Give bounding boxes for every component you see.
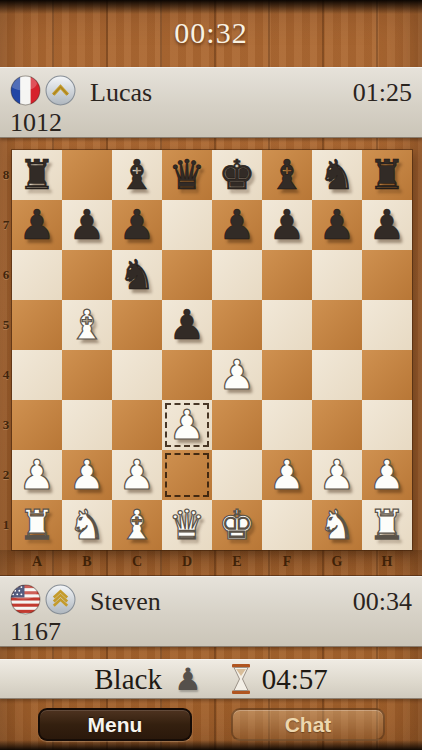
square-e1[interactable]: ♚: [212, 500, 262, 550]
black-pawn-icon: ♟: [174, 664, 202, 695]
square-a1[interactable]: ♜: [12, 500, 62, 550]
square-c3[interactable]: [112, 400, 162, 450]
black-rook: ♜: [19, 155, 56, 196]
black-pawn: ♟: [169, 305, 206, 346]
white-pawn: ♟: [219, 355, 256, 396]
bottom-edge-shade: [0, 740, 422, 750]
square-c6[interactable]: ♞: [112, 250, 162, 300]
file-label-c: C: [112, 550, 162, 576]
square-g4[interactable]: [312, 350, 362, 400]
square-d7[interactable]: [162, 200, 212, 250]
chess-app-screen: 00:32 Lucas 01:25 1012 87654321 ♜♝♛♚♝♞♜♟…: [0, 0, 422, 750]
square-e6[interactable]: [212, 250, 262, 300]
square-h4[interactable]: [362, 350, 412, 400]
white-queen: ♛: [169, 505, 206, 546]
white-pawn: ♟: [19, 455, 56, 496]
rank-label-2: 2: [0, 450, 12, 500]
side-to-move-label: Black: [94, 663, 162, 696]
rank-labels: 87654321: [0, 150, 12, 550]
file-label-b: B: [62, 550, 112, 576]
square-e5[interactable]: [212, 300, 262, 350]
square-b4[interactable]: [62, 350, 112, 400]
square-a3[interactable]: [12, 400, 62, 450]
black-knight: ♞: [319, 155, 356, 196]
square-a5[interactable]: [12, 300, 62, 350]
square-h6[interactable]: [362, 250, 412, 300]
file-label-f: F: [262, 550, 312, 576]
white-pawn: ♟: [269, 455, 306, 496]
square-f1[interactable]: [262, 500, 312, 550]
square-a6[interactable]: [12, 250, 62, 300]
square-c8[interactable]: ♝: [112, 150, 162, 200]
square-g2[interactable]: ♟: [312, 450, 362, 500]
square-d8[interactable]: ♛: [162, 150, 212, 200]
square-b5[interactable]: ♝: [62, 300, 112, 350]
black-bishop: ♝: [119, 155, 156, 196]
black-king: ♚: [219, 155, 256, 196]
square-b2[interactable]: ♟: [62, 450, 112, 500]
black-pawn: ♟: [369, 205, 406, 246]
square-b6[interactable]: [62, 250, 112, 300]
square-c2[interactable]: ♟: [112, 450, 162, 500]
black-pawn: ♟: [269, 205, 306, 246]
square-h1[interactable]: ♜: [362, 500, 412, 550]
square-h8[interactable]: ♜: [362, 150, 412, 200]
square-c4[interactable]: [112, 350, 162, 400]
square-a2[interactable]: ♟: [12, 450, 62, 500]
player-bar-top: Lucas 01:25 1012: [0, 67, 422, 138]
white-bishop: ♝: [119, 505, 156, 546]
white-pawn: ♟: [69, 455, 106, 496]
white-rook: ♜: [369, 505, 406, 546]
square-f8[interactable]: ♝: [262, 150, 312, 200]
square-b7[interactable]: ♟: [62, 200, 112, 250]
square-a4[interactable]: [12, 350, 62, 400]
rank-label-4: 4: [0, 350, 12, 400]
rank-label-3: 3: [0, 400, 12, 450]
square-a8[interactable]: ♜: [12, 150, 62, 200]
chat-button[interactable]: Chat: [231, 708, 385, 741]
black-pawn: ♟: [219, 205, 256, 246]
black-pawn: ♟: [19, 205, 56, 246]
player-rating-bottom: 1167: [10, 617, 61, 647]
square-g3[interactable]: [312, 400, 362, 450]
black-bishop: ♝: [269, 155, 306, 196]
black-pawn: ♟: [119, 205, 156, 246]
square-g7[interactable]: ♟: [312, 200, 362, 250]
square-c7[interactable]: ♟: [112, 200, 162, 250]
square-e8[interactable]: ♚: [212, 150, 262, 200]
rank-badge-single-chevron-icon: [45, 75, 76, 106]
square-h3[interactable]: [362, 400, 412, 450]
square-f5[interactable]: [262, 300, 312, 350]
player-clock-top: 01:25: [353, 78, 412, 108]
square-d4[interactable]: [162, 350, 212, 400]
chess-board: ♜♝♛♚♝♞♜♟♟♟♟♟♟♟♞♝♟♟♟♟♟♟♟♟♟♜♞♝♛♚♞♜: [12, 150, 412, 550]
player-clock-bottom: 00:34: [353, 587, 412, 617]
square-d1[interactable]: ♛: [162, 500, 212, 550]
file-label-h: H: [362, 550, 412, 576]
rank-badge-triple-chevron-icon: [45, 584, 76, 615]
white-pawn: ♟: [319, 455, 356, 496]
square-e7[interactable]: ♟: [212, 200, 262, 250]
square-d3[interactable]: ♟: [162, 400, 212, 450]
player-name-bottom: Steven: [90, 587, 161, 617]
white-pawn: ♟: [169, 405, 206, 446]
square-f6[interactable]: [262, 250, 312, 300]
game-time-remaining: 04:57: [262, 663, 328, 696]
menu-button[interactable]: Menu: [38, 708, 192, 741]
file-label-g: G: [312, 550, 362, 576]
turn-indicator-bar: Black ♟ 04:57: [0, 659, 422, 699]
white-king: ♚: [219, 505, 256, 546]
rank-label-1: 1: [0, 500, 12, 550]
france-flag-icon: [10, 75, 41, 106]
square-g5[interactable]: [312, 300, 362, 350]
square-h5[interactable]: [362, 300, 412, 350]
black-queen: ♛: [169, 155, 206, 196]
square-g1[interactable]: ♞: [312, 500, 362, 550]
top-edge-shade: [0, 0, 422, 14]
square-d5[interactable]: ♟: [162, 300, 212, 350]
square-d6[interactable]: [162, 250, 212, 300]
file-label-e: E: [212, 550, 262, 576]
player-name-top: Lucas: [90, 78, 152, 108]
black-knight: ♞: [119, 255, 156, 296]
usa-flag-icon: [10, 584, 41, 615]
file-label-d: D: [162, 550, 212, 576]
white-knight: ♞: [319, 505, 356, 546]
square-h7[interactable]: ♟: [362, 200, 412, 250]
white-knight: ♞: [69, 505, 106, 546]
player-bar-bottom: Steven 00:34 1167: [0, 576, 422, 647]
white-pawn: ♟: [369, 455, 406, 496]
square-c5[interactable]: [112, 300, 162, 350]
square-f7[interactable]: ♟: [262, 200, 312, 250]
white-pawn: ♟: [119, 455, 156, 496]
square-f4[interactable]: [262, 350, 312, 400]
rank-label-8: 8: [0, 150, 12, 200]
square-b3[interactable]: [62, 400, 112, 450]
rank-label-5: 5: [0, 300, 12, 350]
white-rook: ♜: [19, 505, 56, 546]
square-d2[interactable]: [162, 450, 212, 500]
square-g6[interactable]: [312, 250, 362, 300]
black-pawn: ♟: [69, 205, 106, 246]
square-a7[interactable]: ♟: [12, 200, 62, 250]
chess-board-area: 87654321 ♜♝♛♚♝♞♜♟♟♟♟♟♟♟♞♝♟♟♟♟♟♟♟♟♟♜♞♝♛♚♞…: [0, 150, 422, 550]
file-label-a: A: [12, 550, 62, 576]
square-e2[interactable]: [212, 450, 262, 500]
square-b1[interactable]: ♞: [62, 500, 112, 550]
square-h2[interactable]: ♟: [362, 450, 412, 500]
rank-label-7: 7: [0, 200, 12, 250]
hourglass-icon: [230, 664, 252, 694]
square-e3[interactable]: [212, 400, 262, 450]
square-f2[interactable]: ♟: [262, 450, 312, 500]
player-rating-top: 1012: [10, 108, 62, 138]
square-f3[interactable]: [262, 400, 312, 450]
square-c1[interactable]: ♝: [112, 500, 162, 550]
rank-label-6: 6: [0, 250, 12, 300]
black-rook: ♜: [369, 155, 406, 196]
black-pawn: ♟: [319, 205, 356, 246]
square-b8[interactable]: [62, 150, 112, 200]
square-g8[interactable]: ♞: [312, 150, 362, 200]
white-bishop: ♝: [69, 305, 106, 346]
file-labels: ABCDEFGH: [0, 550, 422, 576]
move-timer: 00:32: [0, 16, 422, 50]
square-e4[interactable]: ♟: [212, 350, 262, 400]
